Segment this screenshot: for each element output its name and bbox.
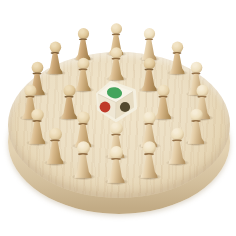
peg-piece[interactable] <box>75 28 91 60</box>
peg-collar <box>191 71 200 74</box>
peg-piece[interactable] <box>187 108 205 143</box>
peg-piece[interactable] <box>141 28 157 60</box>
peg-head <box>189 108 201 120</box>
color-die[interactable] <box>93 80 139 124</box>
peg-body <box>107 159 125 183</box>
peg-head <box>171 41 182 52</box>
die-red-dot <box>100 102 111 113</box>
peg-piece[interactable] <box>168 128 186 164</box>
peg-body <box>169 53 185 74</box>
memory-chess-product-photo <box>0 0 236 236</box>
peg-head <box>77 111 89 123</box>
die-olive-dot <box>120 102 130 112</box>
peg-head <box>30 108 42 120</box>
peg-piece[interactable] <box>169 41 185 73</box>
peg-collar <box>32 71 41 74</box>
peg-piece[interactable] <box>107 146 125 183</box>
peg-body <box>74 154 92 178</box>
peg-piece[interactable] <box>47 41 63 73</box>
peg-piece[interactable] <box>108 47 124 80</box>
peg-piece[interactable] <box>46 128 64 164</box>
peg-piece[interactable] <box>140 141 158 178</box>
peg-body <box>108 59 124 80</box>
peg-piece[interactable] <box>28 108 46 143</box>
peg-body <box>46 141 64 164</box>
peg-body <box>168 141 186 164</box>
peg-head <box>49 41 60 52</box>
peg-head <box>143 111 155 123</box>
peg-body <box>28 121 46 144</box>
peg-body <box>140 154 158 178</box>
peg-piece[interactable] <box>74 141 92 178</box>
peg-body <box>187 121 205 144</box>
peg-head <box>190 61 202 73</box>
peg-head <box>31 61 43 73</box>
peg-body <box>47 53 63 74</box>
